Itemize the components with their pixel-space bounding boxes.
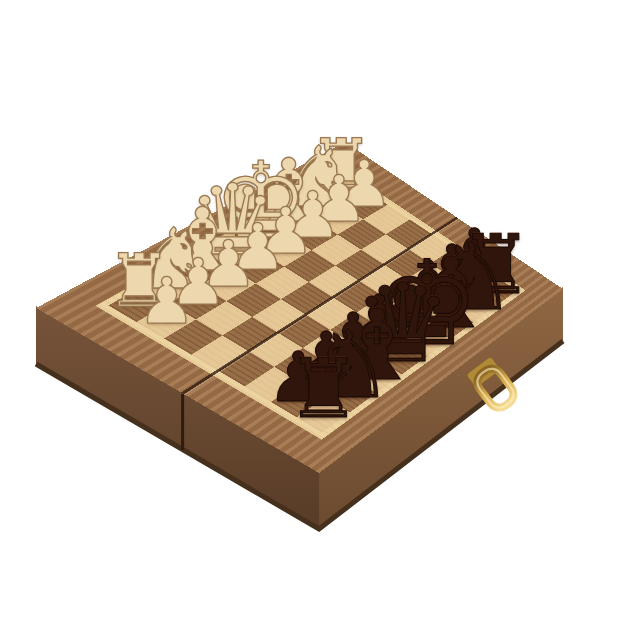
- chess-set-product-photo: ♜♞♝♛♚♝♞♜♟♟♟♟♟♟♟♟♟♟♟♟♟♟♟♟♜♞♝♛♚♝♞♜: [0, 0, 640, 640]
